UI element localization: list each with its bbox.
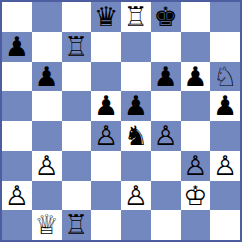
square-a5[interactable]: [2, 91, 32, 121]
square-f5[interactable]: [151, 91, 181, 121]
white-queen-piece: ♕: [35, 210, 59, 240]
square-d7[interactable]: [91, 32, 121, 62]
square-d4[interactable]: ♙: [91, 121, 121, 151]
square-c2[interactable]: [62, 181, 92, 211]
white-pawn-piece: ♙: [183, 151, 207, 181]
square-b3[interactable]: ♙: [32, 151, 62, 181]
white-king-piece: ♔: [183, 181, 207, 211]
white-pawn-piece: ♙: [124, 181, 148, 211]
square-e5[interactable]: ♟: [121, 91, 151, 121]
square-b8[interactable]: [32, 2, 62, 32]
square-f7[interactable]: [151, 32, 181, 62]
square-f2[interactable]: [151, 181, 181, 211]
square-b2[interactable]: [32, 181, 62, 211]
square-b6[interactable]: ♟: [32, 62, 62, 92]
black-pawn-piece: ♟: [124, 91, 148, 121]
black-pawn-piece: ♟: [154, 62, 178, 92]
square-f4[interactable]: ♙: [151, 121, 181, 151]
square-e2[interactable]: ♙: [121, 181, 151, 211]
square-g7[interactable]: [181, 32, 211, 62]
square-a4[interactable]: [2, 121, 32, 151]
square-e3[interactable]: [121, 151, 151, 181]
square-e8[interactable]: ♖: [121, 2, 151, 32]
square-h2[interactable]: [210, 181, 240, 211]
square-a7[interactable]: ♟: [2, 32, 32, 62]
black-pawn-piece: ♟: [5, 32, 29, 62]
square-h1[interactable]: [210, 210, 240, 240]
square-g4[interactable]: [181, 121, 211, 151]
square-c5[interactable]: [62, 91, 92, 121]
square-a1[interactable]: [2, 210, 32, 240]
white-pawn-piece: ♙: [154, 121, 178, 151]
square-g2[interactable]: ♔: [181, 181, 211, 211]
square-f6[interactable]: ♟: [151, 62, 181, 92]
square-e6[interactable]: [121, 62, 151, 92]
square-g3[interactable]: ♙: [181, 151, 211, 181]
black-pawn-piece: ♟: [35, 62, 59, 92]
square-a2[interactable]: ♙: [2, 181, 32, 211]
square-d8[interactable]: ♛: [91, 2, 121, 32]
black-knight-piece: ♞: [124, 121, 148, 151]
square-b7[interactable]: [32, 32, 62, 62]
black-queen-piece: ♛: [94, 2, 118, 32]
white-rook-piece: ♖: [64, 32, 88, 62]
black-king-piece: ♚: [154, 2, 178, 32]
square-e4[interactable]: ♞: [121, 121, 151, 151]
square-h5[interactable]: ♟: [210, 91, 240, 121]
white-rook-piece: ♖: [124, 2, 148, 32]
white-knight-piece: ♘: [213, 62, 237, 92]
square-d6[interactable]: [91, 62, 121, 92]
square-f8[interactable]: ♚: [151, 2, 181, 32]
square-d5[interactable]: ♟: [91, 91, 121, 121]
white-pawn-piece: ♙: [213, 151, 237, 181]
square-h4[interactable]: [210, 121, 240, 151]
white-rook-piece: ♖: [64, 210, 88, 240]
square-f3[interactable]: [151, 151, 181, 181]
square-f1[interactable]: [151, 210, 181, 240]
square-a3[interactable]: [2, 151, 32, 181]
square-h8[interactable]: [210, 2, 240, 32]
chess-board: ♛♖♚♟♖♟♟♟♘♟♟♟♙♞♙♙♙♙♙♙♔♕♖: [0, 0, 242, 242]
square-h6[interactable]: ♘: [210, 62, 240, 92]
black-pawn-piece: ♟: [213, 91, 237, 121]
square-c3[interactable]: [62, 151, 92, 181]
square-b1[interactable]: ♕: [32, 210, 62, 240]
square-d3[interactable]: [91, 151, 121, 181]
square-a8[interactable]: [2, 2, 32, 32]
square-g5[interactable]: [181, 91, 211, 121]
square-c7[interactable]: ♖: [62, 32, 92, 62]
square-e7[interactable]: [121, 32, 151, 62]
square-b5[interactable]: [32, 91, 62, 121]
square-c6[interactable]: [62, 62, 92, 92]
square-h7[interactable]: [210, 32, 240, 62]
black-pawn-piece: ♟: [183, 62, 207, 92]
square-c4[interactable]: [62, 121, 92, 151]
black-pawn-piece: ♟: [94, 91, 118, 121]
square-d1[interactable]: [91, 210, 121, 240]
square-b4[interactable]: [32, 121, 62, 151]
square-c1[interactable]: ♖: [62, 210, 92, 240]
square-g6[interactable]: ♟: [181, 62, 211, 92]
square-c8[interactable]: [62, 2, 92, 32]
square-e1[interactable]: [121, 210, 151, 240]
square-g8[interactable]: [181, 2, 211, 32]
square-h3[interactable]: ♙: [210, 151, 240, 181]
square-d2[interactable]: [91, 181, 121, 211]
white-pawn-piece: ♙: [5, 181, 29, 211]
white-pawn-piece: ♙: [35, 151, 59, 181]
square-a6[interactable]: [2, 62, 32, 92]
square-g1[interactable]: [181, 210, 211, 240]
white-pawn-piece: ♙: [94, 121, 118, 151]
